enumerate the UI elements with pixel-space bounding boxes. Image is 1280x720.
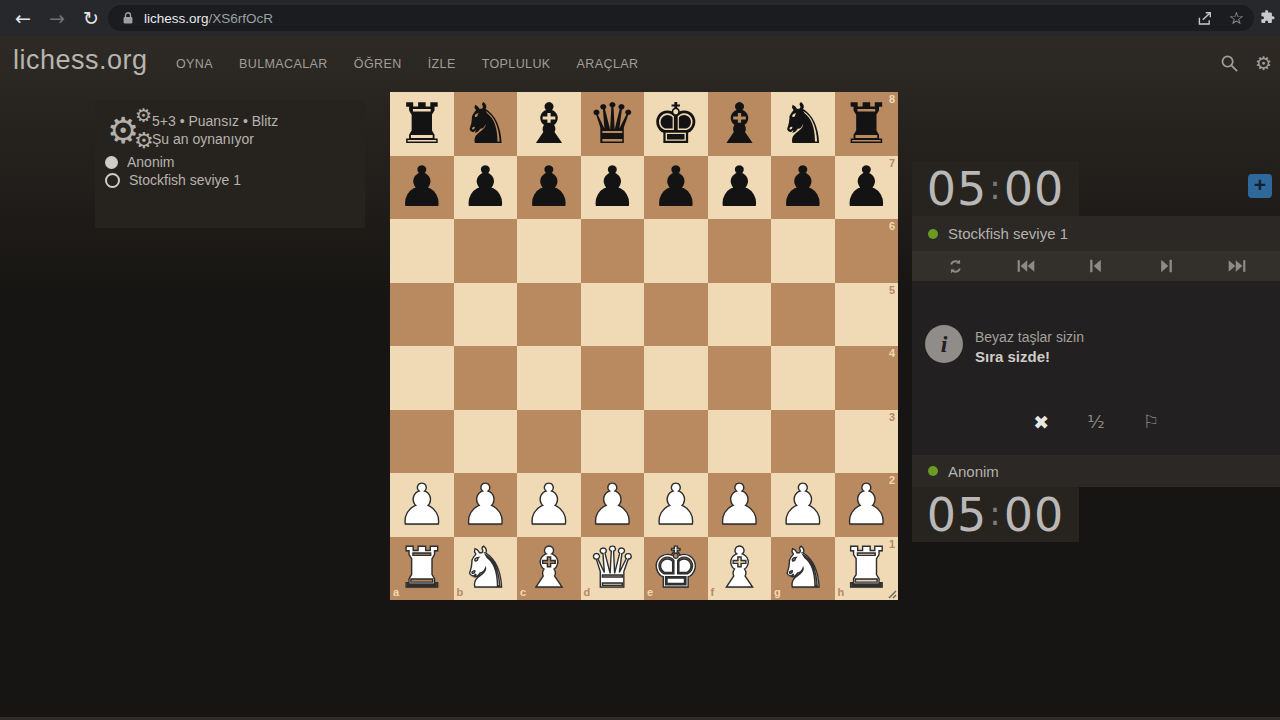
player-clock-seconds: 00 (1004, 488, 1065, 542)
turn-message-line1: Beyaz taşlar sizin (975, 329, 1084, 345)
give-more-time-button[interactable]: + (1248, 174, 1272, 198)
square-c3[interactable] (517, 410, 581, 474)
engine-gears-icon: ⚙ ⚙ ⚙ (107, 106, 155, 154)
square-g6[interactable] (771, 219, 835, 283)
square-g5[interactable] (771, 283, 835, 347)
square-h8[interactable]: ♜8 (835, 92, 899, 156)
white-pawn[interactable]: ♟ (454, 473, 518, 537)
black-pawn[interactable]: ♟ (454, 156, 518, 220)
square-a1[interactable]: ♜a (390, 537, 454, 601)
square-b3[interactable] (454, 410, 518, 474)
clock-separator: : (989, 167, 1001, 207)
square-a2[interactable]: ♟ (390, 473, 454, 537)
file-label: f (711, 587, 715, 598)
nav-item-i̇zle[interactable]: İZLE (428, 57, 456, 71)
settings-gear-icon[interactable]: ⚙ (1255, 52, 1272, 74)
square-b2[interactable]: ♟ (454, 473, 518, 537)
nav-item-araçlar[interactable]: ARAÇLAR (577, 57, 639, 71)
square-b1[interactable]: ♞b (454, 537, 518, 601)
lichess-page: lichess.org OYNABULMACALARÖĞRENİZLETOPLU… (0, 36, 1280, 720)
browser-toolbar: ← → ↻ lichess.org/XS6rfOcR ☆ (0, 0, 1280, 36)
nav-item-öğren[interactable]: ÖĞREN (354, 57, 402, 71)
opponent-name: Stockfish seviye 1 (948, 225, 1068, 242)
player-strip: Anonim (912, 455, 1280, 487)
white-pawn[interactable]: ♟ (581, 473, 645, 537)
square-e7[interactable]: ♟ (644, 156, 708, 220)
square-d2[interactable]: ♟ (581, 473, 645, 537)
game-status-label: Şu an oynanıyor (152, 131, 254, 147)
square-g4[interactable] (771, 346, 835, 410)
square-c8[interactable]: ♝ (517, 92, 581, 156)
black-pawn[interactable]: ♟ (771, 156, 835, 220)
square-f7[interactable]: ♟ (708, 156, 772, 220)
square-a8[interactable]: ♜ (390, 92, 454, 156)
white-rook[interactable]: ♜ (390, 537, 454, 601)
bookmark-star-icon[interactable]: ☆ (1229, 8, 1244, 28)
rank-label: 4 (889, 348, 895, 359)
file-label: c (520, 587, 526, 598)
black-knight[interactable]: ♞ (771, 92, 835, 156)
back-icon[interactable]: ← (8, 3, 38, 33)
file-label: g (774, 587, 781, 598)
white-bishop[interactable]: ♝ (517, 537, 581, 601)
white-side-icon (105, 156, 118, 169)
square-c7[interactable]: ♟ (517, 156, 581, 220)
square-a7[interactable]: ♟ (390, 156, 454, 220)
offer-draw-icon[interactable]: ½ (1087, 411, 1104, 433)
url-bar[interactable]: lichess.org/XS6rfOcR ☆ (108, 5, 1254, 31)
square-f4[interactable] (708, 346, 772, 410)
opponent-clock-minutes: 05 (927, 162, 988, 216)
online-dot-icon (928, 229, 938, 239)
lichess-logo[interactable]: lichess.org (13, 45, 148, 76)
square-b6[interactable] (454, 219, 518, 283)
square-g7[interactable]: ♟ (771, 156, 835, 220)
square-e4[interactable] (644, 346, 708, 410)
rank-label: 2 (889, 475, 895, 486)
white-pawn[interactable]: ♟ (644, 473, 708, 537)
online-dot-icon (928, 466, 938, 476)
black-pawn[interactable]: ♟ (644, 156, 708, 220)
lock-icon (122, 11, 134, 25)
url-path: /XS6rfOcR (209, 11, 274, 26)
square-g2[interactable]: ♟ (771, 473, 835, 537)
square-g8[interactable]: ♞ (771, 92, 835, 156)
black-bishop[interactable]: ♝ (517, 92, 581, 156)
square-g3[interactable] (771, 410, 835, 474)
square-f6[interactable] (708, 219, 772, 283)
square-f2[interactable]: ♟ (708, 473, 772, 537)
square-c5[interactable] (517, 283, 581, 347)
square-a3[interactable] (390, 410, 454, 474)
square-g1[interactable]: ♞g (771, 537, 835, 601)
game-meta-panel: ⚙ ⚙ ⚙ 5+3 • Puansız • Blitz Şu an oynanı… (95, 100, 365, 228)
opponent-strip: Stockfish seviye 1 (912, 216, 1280, 251)
file-label: b (457, 587, 464, 598)
black-knight[interactable]: ♞ (454, 92, 518, 156)
file-label: a (393, 587, 399, 598)
square-d6[interactable] (581, 219, 645, 283)
square-a6[interactable] (390, 219, 454, 283)
player-clock-minutes: 05 (927, 488, 988, 542)
square-f5[interactable] (708, 283, 772, 347)
opponent-clock-seconds: 00 (1004, 162, 1065, 216)
meta-black-player[interactable]: Stockfish seviye 1 (105, 172, 241, 188)
square-e6[interactable] (644, 219, 708, 283)
square-e1[interactable]: ♚e (644, 537, 708, 601)
file-label: h (838, 587, 845, 598)
square-h3[interactable]: 3 (835, 410, 899, 474)
first-move-icon[interactable] (1014, 256, 1038, 276)
square-h6[interactable]: 6 (835, 219, 899, 283)
square-c1[interactable]: ♝c (517, 537, 581, 601)
rank-label: 8 (889, 94, 895, 105)
black-side-icon (105, 173, 120, 188)
black-rook[interactable]: ♜ (390, 92, 454, 156)
rank-label: 6 (889, 221, 895, 232)
square-h1[interactable]: ♜1h (835, 537, 899, 601)
game-message-area: i Beyaz taşlar sizin Sıra sizde! ✖ ½ ⚐ (912, 281, 1280, 455)
nav-item-oyna[interactable]: OYNA (176, 57, 213, 71)
square-f8[interactable]: ♝ (708, 92, 772, 156)
square-d7[interactable]: ♟ (581, 156, 645, 220)
black-pawn[interactable]: ♟ (390, 156, 454, 220)
square-d1[interactable]: ♛d (581, 537, 645, 601)
extensions-puzzle-icon[interactable] (1258, 8, 1276, 26)
flip-board-icon[interactable] (943, 256, 967, 276)
forward-icon[interactable]: → (42, 3, 72, 33)
square-e5[interactable] (644, 283, 708, 347)
black-bishop[interactable]: ♝ (708, 92, 772, 156)
prev-move-icon[interactable] (1084, 256, 1108, 276)
opponent-clock: 05:00 (912, 161, 1079, 216)
rank-label: 5 (889, 285, 895, 296)
square-h2[interactable]: ♟2 (835, 473, 899, 537)
square-b5[interactable] (454, 283, 518, 347)
rank-label: 3 (889, 412, 895, 423)
search-icon[interactable] (1220, 54, 1239, 73)
white-pawn[interactable]: ♟ (771, 473, 835, 537)
move-controls (912, 251, 1280, 281)
nav-item-bulmacalar[interactable]: BULMACALAR (239, 57, 328, 71)
square-c2[interactable]: ♟ (517, 473, 581, 537)
url-text: lichess.org/XS6rfOcR (144, 11, 273, 26)
share-icon[interactable] (1196, 10, 1213, 27)
square-h4[interactable]: 4 (835, 346, 899, 410)
square-b4[interactable] (454, 346, 518, 410)
reload-icon[interactable]: ↻ (76, 3, 106, 33)
abort-game-icon[interactable]: ✖ (1033, 411, 1049, 433)
player-name: Anonim (948, 463, 999, 480)
file-label: e (647, 587, 653, 598)
square-e8[interactable]: ♚ (644, 92, 708, 156)
info-icon: i (925, 325, 963, 363)
white-pawn[interactable]: ♟ (390, 473, 454, 537)
clock-separator: : (989, 493, 1001, 533)
black-pawn[interactable]: ♟ (517, 156, 581, 220)
square-b8[interactable]: ♞ (454, 92, 518, 156)
square-a4[interactable] (390, 346, 454, 410)
square-d3[interactable] (581, 410, 645, 474)
main-nav: OYNABULMACALARÖĞRENİZLETOPLULUKARAÇLAR (176, 57, 638, 71)
black-player-name: Stockfish seviye 1 (129, 172, 241, 188)
square-c4[interactable] (517, 346, 581, 410)
square-h5[interactable]: 5 (835, 283, 899, 347)
file-label: d (584, 587, 591, 598)
white-bishop[interactable]: ♝ (708, 537, 772, 601)
white-pawn[interactable]: ♟ (517, 473, 581, 537)
square-d5[interactable] (581, 283, 645, 347)
time-control-label: 5+3 • Puansız • Blitz (152, 113, 278, 129)
url-domain: lichess.org (144, 11, 209, 26)
rank-label: 7 (889, 158, 895, 169)
screen: ← → ↻ lichess.org/XS6rfOcR ☆ (0, 0, 1280, 720)
white-player-name: Anonim (127, 154, 174, 170)
square-f1[interactable]: ♝f (708, 537, 772, 601)
site-header: lichess.org OYNABULMACALARÖĞRENİZLETOPLU… (0, 36, 1280, 90)
player-clock: 05:00 (912, 487, 1079, 542)
black-pawn[interactable]: ♟ (708, 156, 772, 220)
meta-white-player[interactable]: Anonim (105, 154, 174, 170)
square-e3[interactable] (644, 410, 708, 474)
white-pawn[interactable]: ♟ (708, 473, 772, 537)
rank-label: 1 (889, 539, 895, 550)
turn-message-line2: Sıra sizde! (975, 348, 1050, 365)
black-queen[interactable]: ♛ (581, 92, 645, 156)
nav-item-topluluk[interactable]: TOPLULUK (482, 57, 551, 71)
white-king[interactable]: ♚ (644, 537, 708, 601)
square-d8[interactable]: ♛ (581, 92, 645, 156)
board-resize-handle[interactable] (885, 587, 897, 599)
next-move-icon[interactable] (1154, 256, 1178, 276)
last-move-icon[interactable] (1225, 256, 1249, 276)
square-a5[interactable] (390, 283, 454, 347)
square-f3[interactable] (708, 410, 772, 474)
square-d4[interactable] (581, 346, 645, 410)
chess-board[interactable]: ♜♞♝♛♚♝♞♜8♟♟♟♟♟♟♟♟76543♟♟♟♟♟♟♟♟2♜a♞b♝c♛d♚… (390, 92, 898, 600)
square-h7[interactable]: ♟7 (835, 156, 899, 220)
black-pawn[interactable]: ♟ (581, 156, 645, 220)
resign-flag-icon[interactable]: ⚐ (1143, 411, 1159, 433)
square-c6[interactable] (517, 219, 581, 283)
square-e2[interactable]: ♟ (644, 473, 708, 537)
square-b7[interactable]: ♟ (454, 156, 518, 220)
black-king[interactable]: ♚ (644, 92, 708, 156)
